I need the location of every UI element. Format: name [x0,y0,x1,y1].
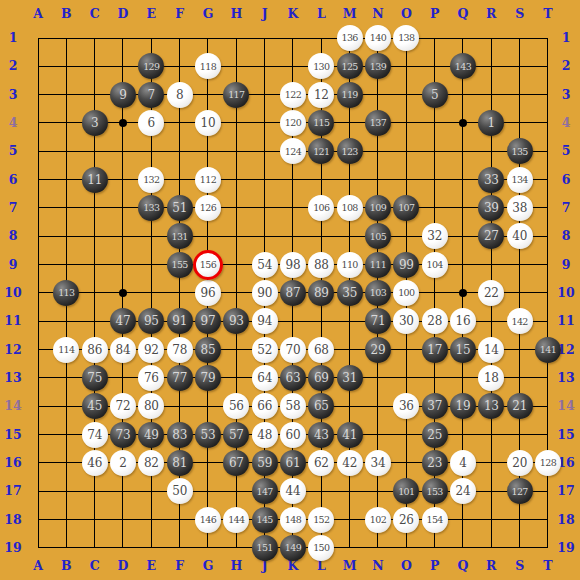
move-number: 101 [398,487,414,497]
move-number: 129 [143,62,159,72]
stone-S7[interactable]: 38 [507,195,533,221]
move-number: 69 [314,372,329,384]
move-number: 65 [314,400,329,412]
move-number: 49 [144,429,159,441]
move-number: 62 [314,457,329,469]
stone-N16[interactable]: 34 [365,450,391,476]
stone-J15[interactable]: 48 [252,422,278,448]
stone-G9[interactable]: 156 [193,250,223,280]
stone-J19[interactable]: 151 [252,535,278,561]
stone-G11[interactable]: 97 [195,308,221,334]
move-number: 92 [144,344,159,356]
stone-O17[interactable]: 101 [393,478,419,504]
row-label-left-18: 18 [4,513,21,526]
move-number: 56 [229,400,244,412]
stone-O11[interactable]: 30 [393,308,419,334]
move-number: 63 [286,372,301,384]
stone-M5[interactable]: 123 [337,138,363,164]
stone-E6[interactable]: 132 [138,167,164,193]
stone-J16[interactable]: 59 [252,450,278,476]
star-point [119,289,127,297]
move-number: 132 [143,175,159,185]
col-label-top-O: O [401,8,412,21]
stone-G2[interactable]: 118 [195,53,221,79]
stone-K14[interactable]: 58 [280,393,306,419]
move-number: 127 [511,487,527,497]
stone-R14[interactable]: 13 [478,393,504,419]
col-label-bottom-S: S [515,560,524,573]
move-number: 8 [176,89,183,101]
move-number: 27 [484,230,499,242]
move-number: 7 [148,89,155,101]
stone-G12[interactable]: 85 [195,337,221,363]
stone-E2[interactable]: 129 [138,53,164,79]
row-label-right-9: 9 [562,258,571,271]
stone-O1[interactable]: 138 [393,25,419,51]
move-number: 87 [286,287,301,299]
stone-D12[interactable]: 84 [110,337,136,363]
move-number: 24 [456,485,471,497]
stone-T12[interactable]: 141 [535,337,561,363]
stone-K12[interactable]: 70 [280,337,306,363]
move-number: 131 [171,232,187,242]
stone-J11[interactable]: 94 [252,308,278,334]
row-label-left-6: 6 [9,173,18,186]
col-label-bottom-G: G [203,560,214,573]
move-number: 73 [116,429,131,441]
move-number: 90 [257,287,272,299]
col-label-bottom-C: C [90,560,100,573]
col-label-bottom-H: H [230,560,242,573]
move-number: 103 [370,288,386,298]
move-number: 111 [370,260,386,270]
stone-M10[interactable]: 35 [337,280,363,306]
col-label-top-H: H [230,8,242,21]
stone-M2[interactable]: 125 [337,53,363,79]
stone-R4[interactable]: 1 [478,110,504,136]
stone-O9[interactable]: 99 [393,252,419,278]
stone-H14[interactable]: 56 [223,393,249,419]
col-label-top-G: G [203,8,214,21]
move-number: 26 [399,514,414,526]
stone-N8[interactable]: 105 [365,223,391,249]
stone-F16[interactable]: 81 [167,450,193,476]
stone-H3[interactable]: 117 [223,82,249,108]
col-label-bottom-P: P [430,560,439,573]
stone-P9[interactable]: 104 [422,252,448,278]
move-number: 68 [314,344,329,356]
stone-F11[interactable]: 91 [167,308,193,334]
move-number: 64 [257,372,272,384]
move-number: 6 [148,117,155,129]
stone-K13[interactable]: 63 [280,365,306,391]
stone-K18[interactable]: 148 [280,507,306,533]
move-number: 52 [257,344,272,356]
row-label-right-7: 7 [562,202,571,215]
col-label-top-R: R [486,8,496,21]
row-label-left-7: 7 [9,202,18,215]
stone-S6[interactable]: 134 [507,167,533,193]
stone-E14[interactable]: 80 [138,393,164,419]
move-number: 57 [229,429,244,441]
move-number: 80 [144,400,159,412]
move-number: 10 [201,117,216,129]
row-label-right-11: 11 [557,315,574,328]
stone-J13[interactable]: 64 [252,365,278,391]
stone-F13[interactable]: 77 [167,365,193,391]
stone-F9[interactable]: 155 [167,252,193,278]
stone-N11[interactable]: 71 [365,308,391,334]
stone-C13[interactable]: 75 [82,365,108,391]
stone-K16[interactable]: 61 [280,450,306,476]
stone-J9[interactable]: 54 [252,252,278,278]
stone-N2[interactable]: 139 [365,53,391,79]
stone-O10[interactable]: 100 [393,280,419,306]
stone-Q16[interactable]: 4 [450,450,476,476]
move-number: 93 [229,315,244,327]
stone-L7[interactable]: 106 [308,195,334,221]
move-number: 155 [171,260,187,270]
stone-G18[interactable]: 146 [195,507,221,533]
stone-P12[interactable]: 17 [422,337,448,363]
stone-K19[interactable]: 149 [280,535,306,561]
stone-F7[interactable]: 51 [167,195,193,221]
move-number: 100 [398,288,414,298]
move-number: 9 [119,89,126,101]
col-label-top-S: S [515,8,524,21]
move-number: 104 [426,260,442,270]
move-number: 17 [427,344,442,356]
stone-D3[interactable]: 9 [110,82,136,108]
stone-R7[interactable]: 39 [478,195,504,221]
col-label-top-K: K [288,8,299,21]
stone-F12[interactable]: 78 [167,337,193,363]
col-label-top-T: T [543,8,552,21]
stone-C15[interactable]: 74 [82,422,108,448]
stone-O7[interactable]: 107 [393,195,419,221]
move-number: 88 [314,259,329,271]
stone-S17[interactable]: 127 [507,478,533,504]
row-label-right-6: 6 [562,173,571,186]
stone-D15[interactable]: 73 [110,422,136,448]
col-label-bottom-R: R [486,560,496,573]
move-number: 48 [257,429,272,441]
stone-L12[interactable]: 68 [308,337,334,363]
stone-Q12[interactable]: 15 [450,337,476,363]
stone-C14[interactable]: 45 [82,393,108,419]
stone-D11[interactable]: 47 [110,308,136,334]
stone-N9[interactable]: 111 [365,252,391,278]
stone-G6[interactable]: 112 [195,167,221,193]
move-number: 11 [87,174,102,186]
stone-E15[interactable]: 49 [138,422,164,448]
move-number: 14 [484,344,499,356]
col-label-top-M: M [343,8,357,21]
stone-S14[interactable]: 21 [507,393,533,419]
move-number: 138 [398,33,414,43]
star-point [459,119,467,127]
move-number: 133 [143,203,159,213]
stone-J12[interactable]: 52 [252,337,278,363]
stone-E3[interactable]: 7 [138,82,164,108]
stone-N12[interactable]: 29 [365,337,391,363]
move-number: 120 [285,118,301,128]
move-number: 148 [285,515,301,525]
stone-P18[interactable]: 154 [422,507,448,533]
move-number: 109 [370,203,386,213]
row-label-right-3: 3 [562,88,571,101]
stone-N1[interactable]: 140 [365,25,391,51]
stone-S11[interactable]: 142 [507,308,533,334]
move-number: 31 [342,372,357,384]
move-number: 146 [200,515,216,525]
col-label-bottom-M: M [343,560,357,573]
stone-M3[interactable]: 119 [337,82,363,108]
move-number: 35 [342,287,357,299]
row-label-left-2: 2 [9,60,18,73]
stone-E11[interactable]: 95 [138,308,164,334]
move-number: 12 [314,89,329,101]
stone-P8[interactable]: 32 [422,223,448,249]
move-number: 39 [484,202,499,214]
stone-L14[interactable]: 65 [308,393,334,419]
move-number: 124 [285,147,301,157]
stone-R13[interactable]: 18 [478,365,504,391]
stone-F15[interactable]: 83 [167,422,193,448]
move-number: 76 [144,372,159,384]
stone-N10[interactable]: 103 [365,280,391,306]
row-label-left-19: 19 [4,542,21,555]
stone-B10[interactable]: 113 [53,280,79,306]
stone-H16[interactable]: 67 [223,450,249,476]
move-number: 25 [427,429,442,441]
stone-K9[interactable]: 98 [280,252,306,278]
move-number: 33 [484,174,499,186]
stone-Q14[interactable]: 19 [450,393,476,419]
stone-Q17[interactable]: 24 [450,478,476,504]
move-number: 23 [427,457,442,469]
stone-N7[interactable]: 109 [365,195,391,221]
stone-E4[interactable]: 6 [138,110,164,136]
stone-S16[interactable]: 20 [507,450,533,476]
move-number: 22 [484,287,499,299]
move-number: 145 [256,515,272,525]
move-number: 81 [172,457,187,469]
row-label-left-1: 1 [9,32,18,45]
stone-C6[interactable]: 11 [82,167,108,193]
stone-K4[interactable]: 120 [280,110,306,136]
stone-K10[interactable]: 87 [280,280,306,306]
move-number: 13 [484,400,499,412]
move-number: 78 [172,344,187,356]
row-label-right-15: 15 [557,428,574,441]
move-number: 150 [313,543,329,553]
move-number: 54 [257,259,272,271]
stone-L2[interactable]: 130 [308,53,334,79]
stone-G15[interactable]: 53 [195,422,221,448]
move-number: 18 [484,372,499,384]
row-label-right-1: 1 [562,32,571,45]
stone-H11[interactable]: 93 [223,308,249,334]
stone-G13[interactable]: 79 [195,365,221,391]
stone-M1[interactable]: 136 [337,25,363,51]
stone-B12[interactable]: 114 [53,337,79,363]
stone-L5[interactable]: 121 [308,138,334,164]
col-label-bottom-A: A [33,560,43,573]
stone-O14[interactable]: 36 [393,393,419,419]
move-number: 77 [172,372,187,384]
move-number: 16 [456,315,471,327]
move-number: 94 [257,315,272,327]
stone-L9[interactable]: 88 [308,252,334,278]
row-label-left-9: 9 [9,258,18,271]
row-label-left-4: 4 [9,117,18,130]
stone-R6[interactable]: 33 [478,167,504,193]
stone-M15[interactable]: 41 [337,422,363,448]
stone-M9[interactable]: 110 [337,252,363,278]
move-number: 15 [456,344,471,356]
stone-M7[interactable]: 108 [337,195,363,221]
col-label-bottom-J: J [262,560,268,573]
move-number: 72 [116,400,131,412]
stone-L18[interactable]: 152 [308,507,334,533]
move-number: 50 [172,485,187,497]
move-number: 75 [87,372,102,384]
stone-P15[interactable]: 25 [422,422,448,448]
move-number: 42 [342,457,357,469]
stone-L4[interactable]: 115 [308,110,334,136]
move-number: 34 [371,457,386,469]
stone-H15[interactable]: 57 [223,422,249,448]
move-number: 137 [370,118,386,128]
stone-R12[interactable]: 14 [478,337,504,363]
stone-F8[interactable]: 131 [167,223,193,249]
col-label-bottom-F: F [175,560,184,573]
stone-K5[interactable]: 124 [280,138,306,164]
stone-R10[interactable]: 22 [478,280,504,306]
move-number: 105 [370,232,386,242]
col-label-top-P: P [430,8,439,21]
col-label-bottom-D: D [118,560,129,573]
move-number: 85 [201,344,216,356]
move-number: 156 [200,260,216,270]
move-number: 71 [371,315,386,327]
move-number: 98 [286,259,301,271]
stone-P14[interactable]: 37 [422,393,448,419]
stone-S5[interactable]: 135 [507,138,533,164]
move-number: 51 [172,202,187,214]
move-number: 121 [313,147,329,157]
move-number: 3 [91,117,98,129]
stone-K15[interactable]: 60 [280,422,306,448]
stone-H18[interactable]: 144 [223,507,249,533]
move-number: 21 [512,400,527,412]
col-label-top-F: F [175,8,184,21]
stone-R8[interactable]: 27 [478,223,504,249]
row-label-right-2: 2 [562,60,571,73]
stone-L13[interactable]: 69 [308,365,334,391]
stone-J17[interactable]: 147 [252,478,278,504]
stone-J10[interactable]: 90 [252,280,278,306]
col-label-bottom-B: B [61,560,72,573]
stone-D14[interactable]: 72 [110,393,136,419]
move-number: 37 [427,400,442,412]
stone-M13[interactable]: 31 [337,365,363,391]
move-number: 108 [341,203,357,213]
move-number: 144 [228,515,244,525]
stone-Q11[interactable]: 16 [450,308,476,334]
stone-G7[interactable]: 126 [195,195,221,221]
stone-L15[interactable]: 43 [308,422,334,448]
stone-E7[interactable]: 133 [138,195,164,221]
stone-J18[interactable]: 145 [252,507,278,533]
stone-P3[interactable]: 5 [422,82,448,108]
row-label-left-13: 13 [4,372,21,385]
stone-E12[interactable]: 92 [138,337,164,363]
stone-N4[interactable]: 137 [365,110,391,136]
stone-G10[interactable]: 96 [195,280,221,306]
stone-F17[interactable]: 50 [167,478,193,504]
stone-L19[interactable]: 150 [308,535,334,561]
move-number: 36 [399,400,414,412]
stone-J14[interactable]: 66 [252,393,278,419]
move-number: 60 [286,429,301,441]
stone-C16[interactable]: 46 [82,450,108,476]
col-label-bottom-Q: Q [458,560,469,573]
move-number: 20 [512,457,527,469]
stone-M16[interactable]: 42 [337,450,363,476]
move-number: 130 [313,62,329,72]
move-number: 107 [398,203,414,213]
stone-E13[interactable]: 76 [138,365,164,391]
stone-O18[interactable]: 26 [393,507,419,533]
stone-F3[interactable]: 8 [167,82,193,108]
move-number: 53 [201,429,216,441]
stone-L16[interactable]: 62 [308,450,334,476]
stone-C12[interactable]: 86 [82,337,108,363]
stone-C4[interactable]: 3 [82,110,108,136]
move-number: 67 [229,457,244,469]
stone-P16[interactable]: 23 [422,450,448,476]
move-number: 97 [201,315,216,327]
stone-S8[interactable]: 40 [507,223,533,249]
stone-P11[interactable]: 28 [422,308,448,334]
stone-L3[interactable]: 12 [308,82,334,108]
stone-E16[interactable]: 82 [138,450,164,476]
stone-K3[interactable]: 122 [280,82,306,108]
stone-T16[interactable]: 128 [535,450,561,476]
move-number: 32 [427,230,442,242]
stone-Q2[interactable]: 143 [450,53,476,79]
stone-P17[interactable]: 153 [422,478,448,504]
move-number: 83 [172,429,187,441]
row-label-left-3: 3 [9,88,18,101]
stone-K17[interactable]: 44 [280,478,306,504]
go-board[interactable]: AA11BB22CC33DD44EE55FF66GG77HH88JJ99KK10… [0,0,580,580]
row-label-right-14: 14 [557,400,574,413]
move-number: 82 [144,457,159,469]
move-number: 89 [314,287,329,299]
move-number: 29 [371,344,386,356]
move-number: 135 [511,147,527,157]
stone-D16[interactable]: 2 [110,450,136,476]
stone-L10[interactable]: 89 [308,280,334,306]
move-number: 70 [286,344,301,356]
move-number: 4 [459,457,466,469]
stone-G4[interactable]: 10 [195,110,221,136]
move-number: 134 [511,175,527,185]
stone-N18[interactable]: 102 [365,507,391,533]
